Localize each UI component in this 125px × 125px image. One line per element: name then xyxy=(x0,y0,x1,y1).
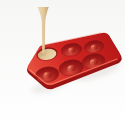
product-photo: Cream-coloured batter pouring from above… xyxy=(0,0,125,125)
product-photo-stage: Cream-coloured batter pouring from above… xyxy=(0,0,125,125)
